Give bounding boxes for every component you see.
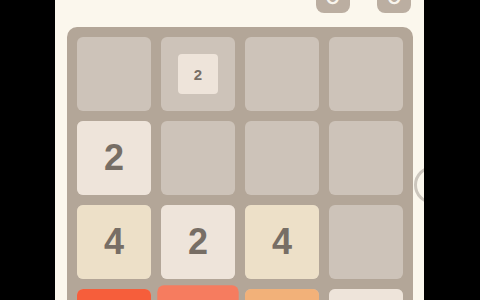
board-cell: 8	[245, 289, 319, 300]
board-cell	[245, 37, 319, 111]
board-cell: 2	[161, 205, 235, 279]
board-cell	[329, 121, 403, 195]
side-handle[interactable]	[414, 166, 424, 204]
tile-4: 4	[77, 205, 151, 279]
redo-arrow-icon: ↻	[386, 0, 402, 8]
letterbox-left	[0, 0, 55, 300]
letterbox-right	[424, 0, 480, 300]
tile-2: 2	[77, 121, 151, 195]
undo-button[interactable]: ↺	[316, 0, 350, 13]
board-cell: 4	[77, 205, 151, 279]
tile-4: 4	[245, 205, 319, 279]
redo-button[interactable]: ↻	[377, 0, 411, 13]
tile-64: 64	[77, 289, 151, 300]
board-cell	[245, 121, 319, 195]
board-cell: 64	[77, 289, 151, 300]
board-cell	[329, 37, 403, 111]
screen: ↺ ↻ 22424643282	[0, 0, 480, 300]
board-cell	[329, 205, 403, 279]
tile-2: 2	[329, 289, 403, 300]
board-cell: 2	[77, 121, 151, 195]
undo-arrow-icon: ↺	[325, 0, 341, 8]
board-cell	[161, 121, 235, 195]
board-cell	[77, 37, 151, 111]
board-cell: 2	[329, 289, 403, 300]
tile-2: 2	[161, 205, 235, 279]
tile-8: 8	[245, 289, 319, 300]
board-cell: 32	[161, 289, 235, 300]
board-cell: 2	[161, 37, 235, 111]
game-area: ↺ ↻ 22424643282	[55, 0, 424, 300]
tile-32: 32	[157, 285, 238, 300]
tile-2: 2	[178, 54, 218, 94]
board-cell: 4	[245, 205, 319, 279]
board-grid[interactable]: 22424643282	[67, 27, 413, 300]
